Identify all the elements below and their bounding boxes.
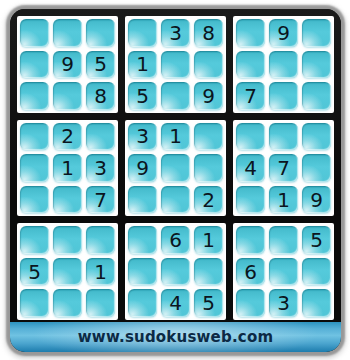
cell-r8c6 (194, 258, 223, 286)
cell-r9c2 (53, 289, 82, 317)
cell-r9c3 (86, 289, 115, 317)
cell-r3c1 (20, 82, 49, 110)
cell-r8c9 (302, 258, 331, 286)
cell-r6c9: 9 (302, 186, 331, 214)
cell-r3c9 (302, 82, 331, 110)
cell-r1c9 (302, 19, 331, 47)
cell-r8c2 (53, 258, 82, 286)
cell-r9c9 (302, 289, 331, 317)
cell-r3c8 (269, 82, 298, 110)
cell-r7c8 (269, 226, 298, 254)
cell-r6c6: 2 (194, 186, 223, 214)
footer-bar: www.sudokusweb.com (10, 322, 341, 352)
box-1-2: 38159 (125, 16, 226, 113)
cell-r5c6 (194, 154, 223, 182)
cell-r8c4 (128, 258, 157, 286)
cell-r3c4: 5 (128, 82, 157, 110)
sudoku-grid: 9583815997213731924719516145563 (10, 9, 341, 322)
cell-r7c3 (86, 226, 115, 254)
cell-r3c2 (53, 82, 82, 110)
cell-r4c8 (269, 123, 298, 151)
box-3-2: 6145 (125, 223, 226, 320)
cell-r2c7 (236, 51, 265, 79)
cell-r7c1 (20, 226, 49, 254)
cell-r4c2: 2 (53, 123, 82, 151)
cell-r5c4: 9 (128, 154, 157, 182)
cell-r6c1 (20, 186, 49, 214)
cell-r7c2 (53, 226, 82, 254)
cell-r7c7 (236, 226, 265, 254)
cell-r6c2 (53, 186, 82, 214)
cell-r5c8: 7 (269, 154, 298, 182)
cell-r8c5 (161, 258, 190, 286)
cell-r6c3: 7 (86, 186, 115, 214)
cell-r2c9 (302, 51, 331, 79)
cell-r8c1: 5 (20, 258, 49, 286)
cell-r9c6: 5 (194, 289, 223, 317)
cell-r4c7 (236, 123, 265, 151)
cell-r3c3: 8 (86, 82, 115, 110)
cell-r4c3 (86, 123, 115, 151)
cell-r1c3 (86, 19, 115, 47)
cell-r4c1 (20, 123, 49, 151)
cell-r9c7 (236, 289, 265, 317)
box-2-1: 2137 (17, 120, 118, 217)
cell-r6c8: 1 (269, 186, 298, 214)
box-1-3: 97 (233, 16, 334, 113)
cell-r5c9 (302, 154, 331, 182)
cell-r1c2 (53, 19, 82, 47)
cell-r4c4: 3 (128, 123, 157, 151)
cell-r6c5 (161, 186, 190, 214)
cell-r2c2: 9 (53, 51, 82, 79)
cell-r1c8: 9 (269, 19, 298, 47)
box-1-1: 958 (17, 16, 118, 113)
cell-r2c4: 1 (128, 51, 157, 79)
site-url: www.sudokusweb.com (78, 328, 273, 346)
cell-r9c1 (20, 289, 49, 317)
cell-r4c5: 1 (161, 123, 190, 151)
cell-r7c4 (128, 226, 157, 254)
cell-r5c1 (20, 154, 49, 182)
cell-r4c9 (302, 123, 331, 151)
cell-r4c6 (194, 123, 223, 151)
cell-r7c5: 6 (161, 226, 190, 254)
cell-r2c1 (20, 51, 49, 79)
cell-r5c3: 3 (86, 154, 115, 182)
box-3-1: 51 (17, 223, 118, 320)
cell-r8c8 (269, 258, 298, 286)
cell-r8c7: 6 (236, 258, 265, 286)
cell-r7c6: 1 (194, 226, 223, 254)
box-2-2: 3192 (125, 120, 226, 217)
cell-r3c7: 7 (236, 82, 265, 110)
cell-r5c2: 1 (53, 154, 82, 182)
cell-r2c6 (194, 51, 223, 79)
cell-r9c5: 4 (161, 289, 190, 317)
cell-r2c8 (269, 51, 298, 79)
box-2-3: 4719 (233, 120, 334, 217)
box-3-3: 563 (233, 223, 334, 320)
cell-r7c9: 5 (302, 226, 331, 254)
cell-r3c6: 9 (194, 82, 223, 110)
cell-r9c8: 3 (269, 289, 298, 317)
cell-r8c3: 1 (86, 258, 115, 286)
cell-r6c4 (128, 186, 157, 214)
cell-r5c5 (161, 154, 190, 182)
cell-r1c4 (128, 19, 157, 47)
sudoku-board: 9583815997213731924719516145563 www.sudo… (10, 9, 341, 352)
cell-r9c4 (128, 289, 157, 317)
cell-r2c3: 5 (86, 51, 115, 79)
cell-r3c5 (161, 82, 190, 110)
cell-r1c7 (236, 19, 265, 47)
cell-r1c1 (20, 19, 49, 47)
cell-r1c6: 8 (194, 19, 223, 47)
cell-r6c7 (236, 186, 265, 214)
cell-r2c5 (161, 51, 190, 79)
cell-r5c7: 4 (236, 154, 265, 182)
cell-r1c5: 3 (161, 19, 190, 47)
